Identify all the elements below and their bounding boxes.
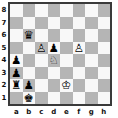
square-c4[interactable] xyxy=(35,54,48,67)
square-f3[interactable] xyxy=(73,67,86,80)
square-c5[interactable]: ♙ xyxy=(35,42,48,55)
square-f8[interactable] xyxy=(73,4,86,17)
square-h4[interactable] xyxy=(98,54,111,67)
file-label-f: f xyxy=(73,106,86,117)
file-label-d: d xyxy=(48,106,61,117)
square-h6[interactable] xyxy=(98,29,111,42)
square-e3[interactable] xyxy=(60,67,73,80)
square-c7[interactable] xyxy=(35,17,48,30)
square-g7[interactable] xyxy=(85,17,98,30)
file-label-e: e xyxy=(60,106,73,117)
black-rook: ♜ xyxy=(11,79,21,91)
black-pawn: ♟ xyxy=(49,42,59,54)
square-d6[interactable] xyxy=(48,29,61,42)
square-h3[interactable] xyxy=(98,67,111,80)
square-e7[interactable] xyxy=(60,17,73,30)
square-g5[interactable] xyxy=(85,42,98,55)
square-h5[interactable] xyxy=(98,42,111,55)
square-a1[interactable] xyxy=(10,92,23,105)
file-labels: abcdefgh xyxy=(10,106,110,117)
square-g6[interactable] xyxy=(85,29,98,42)
rank-label-1: 1 xyxy=(0,92,8,105)
square-a3[interactable]: ♟ xyxy=(10,67,23,80)
square-d8[interactable] xyxy=(48,4,61,17)
square-f7[interactable] xyxy=(73,17,86,30)
square-e5[interactable] xyxy=(60,42,73,55)
square-g3[interactable] xyxy=(85,67,98,80)
square-b1[interactable]: ♚ xyxy=(23,92,36,105)
black-pawn: ♟ xyxy=(11,54,21,66)
square-f6[interactable] xyxy=(73,29,86,42)
square-b2[interactable]: ♟ xyxy=(23,79,36,92)
square-f1[interactable] xyxy=(73,92,86,105)
rank-label-5: 5 xyxy=(0,42,8,55)
chess-diagram: 87654321 ♛♙♟♙♟♘♟♜♟♔♚ abcdefgh xyxy=(0,0,118,118)
square-f5[interactable]: ♙ xyxy=(73,42,86,55)
rank-label-4: 4 xyxy=(0,54,8,67)
black-pawn: ♟ xyxy=(11,67,21,79)
white-knight: ♘ xyxy=(49,54,59,66)
rank-label-7: 7 xyxy=(0,17,8,30)
square-a7[interactable] xyxy=(10,17,23,30)
square-d4[interactable]: ♘ xyxy=(48,54,61,67)
square-h7[interactable] xyxy=(98,17,111,30)
rank-label-6: 6 xyxy=(0,29,8,42)
file-label-g: g xyxy=(85,106,98,117)
file-label-b: b xyxy=(23,106,36,117)
square-d1[interactable] xyxy=(48,92,61,105)
square-h2[interactable] xyxy=(98,79,111,92)
square-c6[interactable] xyxy=(35,29,48,42)
white-king: ♔ xyxy=(61,79,71,91)
square-a2[interactable]: ♜ xyxy=(10,79,23,92)
square-b8[interactable] xyxy=(23,4,36,17)
square-b7[interactable] xyxy=(23,17,36,30)
square-h8[interactable] xyxy=(98,4,111,17)
square-a6[interactable] xyxy=(10,29,23,42)
black-pawn: ♟ xyxy=(24,79,34,91)
rank-label-3: 3 xyxy=(0,67,8,80)
white-pawn: ♙ xyxy=(36,42,46,54)
square-g2[interactable] xyxy=(85,79,98,92)
square-c2[interactable] xyxy=(35,79,48,92)
square-c1[interactable] xyxy=(35,92,48,105)
square-e1[interactable] xyxy=(60,92,73,105)
square-f4[interactable] xyxy=(73,54,86,67)
square-g1[interactable] xyxy=(85,92,98,105)
file-label-c: c xyxy=(35,106,48,117)
square-d7[interactable] xyxy=(48,17,61,30)
square-b5[interactable] xyxy=(23,42,36,55)
rank-label-2: 2 xyxy=(0,79,8,92)
file-label-h: h xyxy=(98,106,111,117)
square-d5[interactable]: ♟ xyxy=(48,42,61,55)
square-d3[interactable] xyxy=(48,67,61,80)
white-pawn: ♙ xyxy=(74,42,84,54)
square-g4[interactable] xyxy=(85,54,98,67)
square-b6[interactable]: ♛ xyxy=(23,29,36,42)
square-a4[interactable]: ♟ xyxy=(10,54,23,67)
chess-board: ♛♙♟♙♟♘♟♜♟♔♚ xyxy=(8,2,112,106)
square-a5[interactable] xyxy=(10,42,23,55)
square-c8[interactable] xyxy=(35,4,48,17)
square-b3[interactable] xyxy=(23,67,36,80)
black-queen: ♛ xyxy=(24,29,34,41)
square-e2[interactable]: ♔ xyxy=(60,79,73,92)
square-h1[interactable] xyxy=(98,92,111,105)
square-e4[interactable] xyxy=(60,54,73,67)
square-e8[interactable] xyxy=(60,4,73,17)
black-king: ♚ xyxy=(24,92,34,104)
rank-labels: 87654321 xyxy=(0,4,8,104)
square-a8[interactable] xyxy=(10,4,23,17)
square-f2[interactable] xyxy=(73,79,86,92)
square-e6[interactable] xyxy=(60,29,73,42)
square-c3[interactable] xyxy=(35,67,48,80)
square-b4[interactable] xyxy=(23,54,36,67)
square-g8[interactable] xyxy=(85,4,98,17)
rank-label-8: 8 xyxy=(0,4,8,17)
square-d2[interactable] xyxy=(48,79,61,92)
file-label-a: a xyxy=(10,106,23,117)
